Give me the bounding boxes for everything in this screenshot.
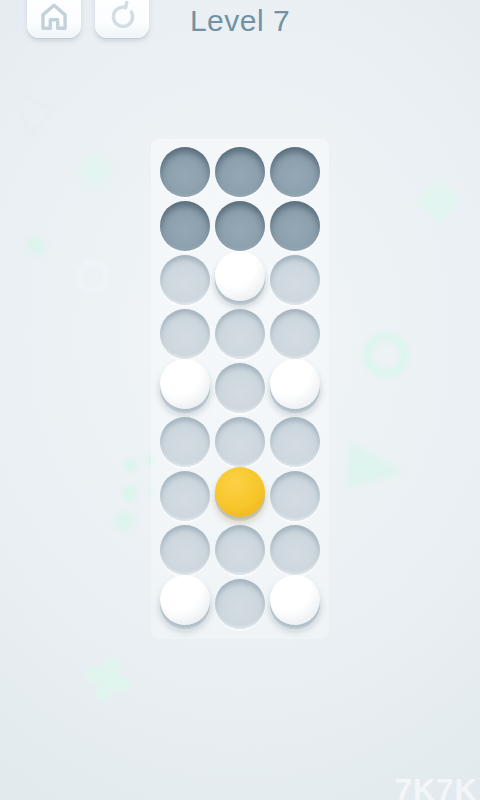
white-ball[interactable]: [160, 575, 210, 625]
dark-target-hole: [270, 201, 320, 251]
cell-r7c2[interactable]: [215, 471, 265, 521]
white-ball[interactable]: [270, 575, 320, 625]
dot-shape: [122, 486, 137, 501]
cell-r9c3[interactable]: [270, 579, 320, 629]
restart-button[interactable]: [95, 0, 149, 38]
cell-r5c1[interactable]: [160, 363, 210, 413]
game-screen: Level 7 7K7K: [0, 0, 480, 800]
empty-hole: [215, 417, 265, 467]
dot-shape: [124, 459, 137, 472]
cell-r2c3: [270, 201, 320, 251]
cell-r4c1: [160, 309, 210, 359]
cell-r9c2: [215, 579, 265, 629]
cell-r1c1: [160, 147, 210, 197]
cell-r3c2[interactable]: [215, 255, 265, 305]
empty-hole: [215, 363, 265, 413]
cell-r4c2: [215, 309, 265, 359]
home-icon: [37, 0, 71, 32]
empty-hole: [270, 255, 320, 305]
cell-r5c2: [215, 363, 265, 413]
cell-r6c1: [160, 417, 210, 467]
small-ring-shape: [76, 260, 110, 294]
empty-hole: [160, 471, 210, 521]
empty-hole: [270, 471, 320, 521]
level-title: Level 7: [190, 4, 290, 38]
cell-r2c1: [160, 201, 210, 251]
home-button[interactable]: [27, 0, 81, 38]
cell-r3c1: [160, 255, 210, 305]
puzzle-board: [157, 145, 322, 631]
empty-hole: [215, 579, 265, 629]
cell-r2c2: [215, 201, 265, 251]
cell-r6c2: [215, 417, 265, 467]
7k7k-watermark: 7K7K: [395, 773, 478, 800]
empty-hole: [160, 525, 210, 575]
dark-target-hole: [270, 147, 320, 197]
restart-icon: [106, 0, 138, 32]
cell-r8c3: [270, 525, 320, 575]
empty-hole: [160, 255, 210, 305]
empty-hole: [215, 309, 265, 359]
dark-target-hole: [160, 201, 210, 251]
cell-r9c1[interactable]: [160, 579, 210, 629]
empty-hole: [215, 525, 265, 575]
cell-r4c3: [270, 309, 320, 359]
white-ball[interactable]: [215, 251, 265, 301]
empty-hole: [270, 525, 320, 575]
empty-hole: [270, 309, 320, 359]
cell-r8c1: [160, 525, 210, 575]
empty-hole: [270, 417, 320, 467]
dark-target-hole: [160, 147, 210, 197]
cell-r3c3: [270, 255, 320, 305]
cell-r7c1: [160, 471, 210, 521]
cell-r7c3: [270, 471, 320, 521]
ring-shape: [363, 332, 409, 378]
dot-shape: [28, 238, 44, 254]
cell-r8c2: [215, 525, 265, 575]
cell-r1c3: [270, 147, 320, 197]
dot-shape: [116, 512, 134, 530]
triangle-outline-shape: [8, 84, 60, 140]
dark-target-hole: [215, 201, 265, 251]
diamond-shape: [416, 178, 461, 223]
cell-r5c3[interactable]: [270, 363, 320, 413]
triangle-shape: [346, 441, 407, 495]
glow-dot-shape: [74, 150, 116, 192]
empty-hole: [160, 309, 210, 359]
white-ball[interactable]: [270, 359, 320, 409]
empty-hole: [160, 417, 210, 467]
plus-shape: [80, 652, 135, 707]
white-ball[interactable]: [160, 359, 210, 409]
cell-r1c2: [215, 147, 265, 197]
dark-target-hole: [215, 147, 265, 197]
cell-r6c3: [270, 417, 320, 467]
yellow-ball[interactable]: [215, 467, 265, 517]
